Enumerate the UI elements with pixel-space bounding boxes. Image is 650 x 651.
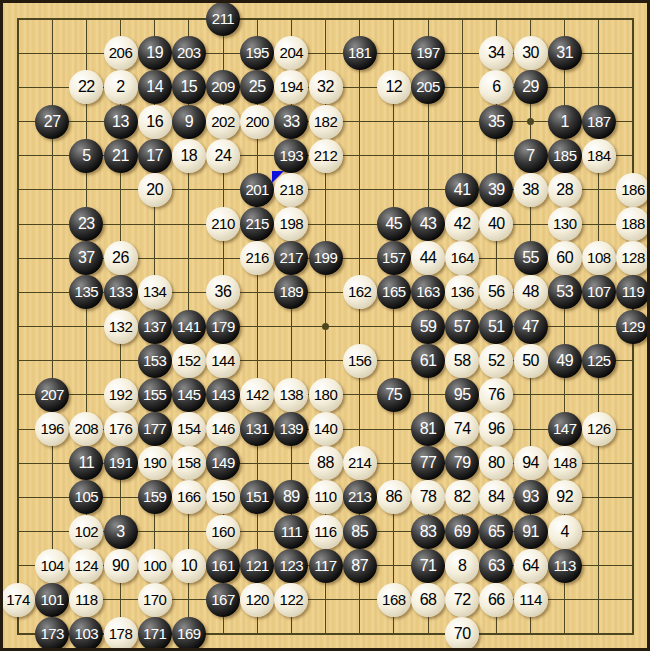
stone-w-160: 160 bbox=[206, 515, 240, 549]
stone-b-87: 87 bbox=[343, 549, 377, 583]
stone-b-131: 131 bbox=[240, 412, 274, 446]
stone-number: 168 bbox=[382, 583, 406, 617]
stone-number: 88 bbox=[317, 446, 334, 480]
stone-number: 9 bbox=[185, 105, 193, 139]
stone-number: 198 bbox=[280, 207, 304, 241]
stone-b-145: 145 bbox=[172, 378, 206, 412]
stone-w-8: 8 bbox=[445, 549, 479, 583]
stone-b-77: 77 bbox=[411, 446, 445, 480]
grid-vline bbox=[393, 18, 394, 635]
stone-number: 177 bbox=[143, 412, 167, 446]
stone-number: 114 bbox=[519, 583, 541, 617]
stone-w-126: 126 bbox=[582, 412, 616, 446]
stone-w-72: 72 bbox=[445, 583, 479, 617]
stone-b-111: 111 bbox=[274, 515, 308, 549]
stone-w-184: 184 bbox=[582, 139, 616, 173]
stone-w-164: 164 bbox=[445, 241, 479, 275]
stone-number: 103 bbox=[75, 617, 99, 651]
stone-number: 187 bbox=[587, 105, 611, 139]
stone-number: 100 bbox=[143, 549, 167, 583]
stone-w-10: 10 bbox=[172, 549, 206, 583]
stone-b-191: 191 bbox=[104, 446, 138, 480]
stone-number: 14 bbox=[146, 70, 163, 104]
stone-w-190: 190 bbox=[138, 446, 172, 480]
stone-w-218: 218 bbox=[274, 173, 308, 207]
stone-number: 152 bbox=[177, 344, 201, 378]
stone-number: 31 bbox=[556, 36, 573, 70]
stone-w-42: 42 bbox=[445, 207, 479, 241]
stone-number: 17 bbox=[146, 139, 163, 173]
stone-b-205: 205 bbox=[411, 70, 445, 104]
stone-w-58: 58 bbox=[445, 344, 479, 378]
stone-w-198: 198 bbox=[274, 207, 308, 241]
stone-b-41: 41 bbox=[445, 173, 479, 207]
stone-number: 68 bbox=[420, 583, 437, 617]
stone-b-45: 45 bbox=[377, 207, 411, 241]
stone-number: 196 bbox=[40, 412, 64, 446]
stone-b-25: 25 bbox=[240, 70, 274, 104]
stone-number: 206 bbox=[109, 36, 133, 70]
stone-number: 47 bbox=[522, 310, 539, 344]
stone-b-203: 203 bbox=[172, 36, 206, 70]
stone-number: 125 bbox=[587, 344, 611, 378]
stone-b-101: 101 bbox=[35, 583, 69, 617]
stone-w-70: 70 bbox=[445, 617, 479, 651]
stone-b-31: 31 bbox=[548, 36, 582, 70]
stone-number: 190 bbox=[143, 446, 167, 480]
stone-b-187: 187 bbox=[582, 105, 616, 139]
stone-w-124: 124 bbox=[69, 549, 103, 583]
stone-number: 136 bbox=[450, 275, 474, 309]
stone-b-33: 33 bbox=[274, 105, 308, 139]
stone-b-13: 13 bbox=[104, 105, 138, 139]
stone-number: 77 bbox=[420, 446, 437, 480]
stone-number: 197 bbox=[416, 36, 440, 70]
stone-number: 147 bbox=[553, 412, 577, 446]
stone-b-195: 195 bbox=[240, 36, 274, 70]
stone-w-64: 64 bbox=[514, 549, 548, 583]
stone-number: 55 bbox=[522, 241, 539, 275]
stone-number: 130 bbox=[553, 207, 577, 241]
stone-w-74: 74 bbox=[445, 412, 479, 446]
stone-w-76: 76 bbox=[479, 378, 513, 412]
stone-b-49: 49 bbox=[548, 344, 582, 378]
stone-b-21: 21 bbox=[104, 139, 138, 173]
stone-number: 150 bbox=[211, 480, 235, 514]
stone-w-130: 130 bbox=[548, 207, 582, 241]
stone-w-92: 92 bbox=[548, 480, 582, 514]
stone-number: 139 bbox=[280, 412, 304, 446]
stone-b-79: 79 bbox=[445, 446, 479, 480]
stone-number: 29 bbox=[522, 70, 539, 104]
stone-number: 71 bbox=[420, 549, 437, 583]
stone-w-26: 26 bbox=[104, 241, 138, 275]
stone-number: 83 bbox=[420, 515, 437, 549]
stone-number: 184 bbox=[587, 139, 611, 173]
stone-w-34: 34 bbox=[479, 36, 513, 70]
stone-number: 189 bbox=[280, 275, 304, 309]
stone-number: 110 bbox=[314, 480, 336, 514]
stone-b-185: 185 bbox=[548, 139, 582, 173]
stone-b-197: 197 bbox=[411, 36, 445, 70]
stone-w-152: 152 bbox=[172, 344, 206, 378]
stone-number: 66 bbox=[488, 583, 505, 617]
stone-b-59: 59 bbox=[411, 310, 445, 344]
stone-b-157: 157 bbox=[377, 241, 411, 275]
stone-number: 209 bbox=[211, 70, 235, 104]
stone-b-119: 119 bbox=[616, 275, 650, 309]
stone-number: 134 bbox=[143, 275, 167, 309]
stone-number: 213 bbox=[348, 480, 372, 514]
stone-w-38: 38 bbox=[514, 173, 548, 207]
stone-b-123: 123 bbox=[274, 549, 308, 583]
stone-number: 63 bbox=[488, 549, 505, 583]
stone-number: 141 bbox=[177, 310, 201, 344]
stone-b-43: 43 bbox=[411, 207, 445, 241]
stone-b-95: 95 bbox=[445, 378, 479, 412]
stone-number: 44 bbox=[420, 241, 437, 275]
stone-number: 87 bbox=[351, 549, 368, 583]
stone-number: 53 bbox=[556, 275, 573, 309]
stone-number: 43 bbox=[420, 207, 437, 241]
stone-w-40: 40 bbox=[479, 207, 513, 241]
stone-number: 185 bbox=[553, 139, 577, 173]
stone-number: 143 bbox=[211, 378, 235, 412]
stone-number: 57 bbox=[454, 310, 471, 344]
stone-b-39: 39 bbox=[479, 173, 513, 207]
stone-b-201: 201 bbox=[240, 173, 274, 207]
stone-number: 163 bbox=[416, 275, 440, 309]
stone-number: 27 bbox=[44, 105, 61, 139]
stone-number: 81 bbox=[420, 412, 437, 446]
stone-b-27: 27 bbox=[35, 105, 69, 139]
stone-number: 149 bbox=[211, 446, 235, 480]
stone-b-11: 11 bbox=[69, 446, 103, 480]
hoshi-point bbox=[322, 323, 329, 330]
stone-number: 122 bbox=[280, 583, 304, 617]
stone-number: 132 bbox=[109, 310, 133, 344]
stone-b-215: 215 bbox=[240, 207, 274, 241]
stone-number: 12 bbox=[385, 70, 402, 104]
stone-number: 161 bbox=[211, 549, 235, 583]
stone-number: 76 bbox=[488, 378, 505, 412]
stone-number: 70 bbox=[454, 617, 471, 651]
stone-number: 167 bbox=[211, 583, 235, 617]
stone-number: 165 bbox=[382, 275, 406, 309]
stone-b-163: 163 bbox=[411, 275, 445, 309]
stone-number: 30 bbox=[522, 36, 539, 70]
stone-b-15: 15 bbox=[172, 70, 206, 104]
stone-w-214: 214 bbox=[343, 446, 377, 480]
stone-w-142: 142 bbox=[240, 378, 274, 412]
stone-w-68: 68 bbox=[411, 583, 445, 617]
stone-b-125: 125 bbox=[582, 344, 616, 378]
stone-number: 64 bbox=[522, 549, 539, 583]
stone-b-93: 93 bbox=[514, 480, 548, 514]
stone-b-181: 181 bbox=[343, 36, 377, 70]
stone-b-3: 3 bbox=[104, 515, 138, 549]
stone-number: 181 bbox=[348, 36, 372, 70]
stone-w-188: 188 bbox=[616, 207, 650, 241]
stone-w-50: 50 bbox=[514, 344, 548, 378]
stone-w-28: 28 bbox=[548, 173, 582, 207]
stone-number: 39 bbox=[488, 173, 505, 207]
stone-b-141: 141 bbox=[172, 310, 206, 344]
stone-number: 69 bbox=[454, 515, 471, 549]
stone-number: 74 bbox=[454, 412, 471, 446]
stone-number: 146 bbox=[211, 412, 235, 446]
stone-w-134: 134 bbox=[138, 275, 172, 309]
stone-number: 116 bbox=[314, 515, 336, 549]
stone-b-193: 193 bbox=[274, 139, 308, 173]
stone-number: 129 bbox=[621, 310, 645, 344]
stone-number: 61 bbox=[420, 344, 437, 378]
stone-number: 212 bbox=[314, 139, 338, 173]
stone-b-207: 207 bbox=[35, 378, 69, 412]
stone-number: 108 bbox=[587, 241, 611, 275]
stone-w-20: 20 bbox=[138, 173, 172, 207]
stone-w-150: 150 bbox=[206, 480, 240, 514]
stone-w-82: 82 bbox=[445, 480, 479, 514]
stone-number: 93 bbox=[522, 480, 539, 514]
stone-b-217: 217 bbox=[274, 241, 308, 275]
stone-number: 75 bbox=[385, 378, 402, 412]
stone-w-78: 78 bbox=[411, 480, 445, 514]
stone-w-174: 174 bbox=[1, 583, 35, 617]
stone-w-154: 154 bbox=[172, 412, 206, 446]
stone-number: 59 bbox=[420, 310, 437, 344]
stone-w-60: 60 bbox=[548, 241, 582, 275]
go-board[interactable]: 2112061920319520418119734303122214152092… bbox=[0, 0, 650, 651]
stone-number: 148 bbox=[553, 446, 577, 480]
stone-b-47: 47 bbox=[514, 310, 548, 344]
stone-b-105: 105 bbox=[69, 480, 103, 514]
stone-w-22: 22 bbox=[69, 70, 103, 104]
stone-number: 52 bbox=[488, 344, 505, 378]
stone-w-48: 48 bbox=[514, 275, 548, 309]
stone-w-216: 216 bbox=[240, 241, 274, 275]
stone-number: 19 bbox=[146, 36, 163, 70]
stone-w-30: 30 bbox=[514, 36, 548, 70]
stone-w-24: 24 bbox=[206, 139, 240, 173]
stone-w-52: 52 bbox=[479, 344, 513, 378]
stone-number: 58 bbox=[454, 344, 471, 378]
stone-number: 113 bbox=[554, 549, 576, 583]
stone-w-210: 210 bbox=[206, 207, 240, 241]
stone-w-138: 138 bbox=[274, 378, 308, 412]
stone-number: 188 bbox=[621, 207, 645, 241]
stone-b-199: 199 bbox=[309, 241, 343, 275]
stone-number: 90 bbox=[112, 549, 129, 583]
stone-number: 22 bbox=[78, 70, 95, 104]
stone-w-202: 202 bbox=[206, 105, 240, 139]
stone-w-212: 212 bbox=[309, 139, 343, 173]
stone-w-6: 6 bbox=[479, 70, 513, 104]
stone-w-122: 122 bbox=[274, 583, 308, 617]
stone-number: 10 bbox=[180, 549, 197, 583]
stone-w-18: 18 bbox=[172, 139, 206, 173]
stone-w-114: 114 bbox=[514, 583, 548, 617]
stone-number: 95 bbox=[454, 378, 471, 412]
stone-number: 91 bbox=[522, 515, 539, 549]
stone-number: 32 bbox=[317, 70, 334, 104]
stone-w-200: 200 bbox=[240, 105, 274, 139]
stone-b-55: 55 bbox=[514, 241, 548, 275]
stone-number: 186 bbox=[621, 173, 645, 207]
stone-b-71: 71 bbox=[411, 549, 445, 583]
stone-b-161: 161 bbox=[206, 549, 240, 583]
stone-number: 207 bbox=[40, 378, 64, 412]
stone-b-177: 177 bbox=[138, 412, 172, 446]
stone-b-89: 89 bbox=[274, 480, 308, 514]
stone-number: 192 bbox=[109, 378, 133, 412]
stone-number: 170 bbox=[143, 583, 167, 617]
stone-b-137: 137 bbox=[138, 310, 172, 344]
stone-number: 118 bbox=[75, 583, 97, 617]
stone-number: 36 bbox=[215, 275, 232, 309]
stone-number: 86 bbox=[385, 480, 402, 514]
stone-w-166: 166 bbox=[172, 480, 206, 514]
stone-w-176: 176 bbox=[104, 412, 138, 446]
stone-w-178: 178 bbox=[104, 617, 138, 651]
stone-w-146: 146 bbox=[206, 412, 240, 446]
stone-number: 205 bbox=[416, 70, 440, 104]
stone-b-189: 189 bbox=[274, 275, 308, 309]
stone-number: 203 bbox=[177, 36, 201, 70]
stone-number: 51 bbox=[488, 310, 505, 344]
stone-number: 24 bbox=[215, 139, 232, 173]
stone-number: 156 bbox=[348, 344, 372, 378]
stone-w-162: 162 bbox=[343, 275, 377, 309]
stone-b-5: 5 bbox=[69, 139, 103, 173]
stone-number: 35 bbox=[488, 105, 505, 139]
stone-w-136: 136 bbox=[445, 275, 479, 309]
stone-b-167: 167 bbox=[206, 583, 240, 617]
stone-number: 11 bbox=[79, 446, 95, 480]
stone-w-156: 156 bbox=[343, 344, 377, 378]
stone-number: 211 bbox=[212, 2, 234, 36]
stone-b-169: 169 bbox=[172, 617, 206, 651]
stone-number: 82 bbox=[454, 480, 471, 514]
stone-number: 159 bbox=[143, 480, 167, 514]
stone-w-148: 148 bbox=[548, 446, 582, 480]
stone-number: 60 bbox=[556, 241, 573, 275]
stone-b-9: 9 bbox=[172, 105, 206, 139]
stone-b-213: 213 bbox=[343, 480, 377, 514]
stone-b-151: 151 bbox=[240, 480, 274, 514]
stone-number: 158 bbox=[177, 446, 201, 480]
stone-w-66: 66 bbox=[479, 583, 513, 617]
stone-number: 179 bbox=[211, 310, 235, 344]
stone-number: 2 bbox=[116, 70, 124, 104]
stone-number: 151 bbox=[245, 480, 269, 514]
stone-number: 180 bbox=[314, 378, 338, 412]
stone-number: 25 bbox=[249, 70, 266, 104]
stone-number: 138 bbox=[280, 378, 304, 412]
stone-w-192: 192 bbox=[104, 378, 138, 412]
stone-number: 119 bbox=[622, 275, 644, 309]
stone-number: 131 bbox=[245, 412, 269, 446]
stone-number: 1 bbox=[561, 105, 569, 139]
stone-number: 16 bbox=[146, 105, 163, 139]
stone-number: 13 bbox=[112, 105, 129, 139]
stone-w-108: 108 bbox=[582, 241, 616, 275]
stone-number: 34 bbox=[488, 36, 505, 70]
stone-number: 79 bbox=[454, 446, 471, 480]
stone-number: 94 bbox=[522, 446, 539, 480]
stone-b-209: 209 bbox=[206, 70, 240, 104]
frame-edge-left bbox=[0, 0, 3, 651]
stone-b-135: 135 bbox=[69, 275, 103, 309]
stone-number: 45 bbox=[385, 207, 402, 241]
stone-number: 56 bbox=[488, 275, 505, 309]
stone-number: 199 bbox=[314, 241, 338, 275]
stone-w-204: 204 bbox=[274, 36, 308, 70]
stone-number: 104 bbox=[40, 549, 64, 583]
stone-w-194: 194 bbox=[274, 70, 308, 104]
stone-w-168: 168 bbox=[377, 583, 411, 617]
stone-b-165: 165 bbox=[377, 275, 411, 309]
stone-number: 120 bbox=[245, 583, 269, 617]
stone-number: 107 bbox=[587, 275, 611, 309]
stone-w-86: 86 bbox=[377, 480, 411, 514]
stone-b-81: 81 bbox=[411, 412, 445, 446]
stone-b-171: 171 bbox=[138, 617, 172, 651]
stone-w-104: 104 bbox=[35, 549, 69, 583]
stone-w-182: 182 bbox=[309, 105, 343, 139]
stone-w-94: 94 bbox=[514, 446, 548, 480]
stone-number: 37 bbox=[78, 241, 95, 275]
stone-number: 214 bbox=[348, 446, 372, 480]
stone-b-121: 121 bbox=[240, 549, 274, 583]
stone-number: 50 bbox=[522, 344, 539, 378]
stone-number: 102 bbox=[75, 515, 99, 549]
stone-b-29: 29 bbox=[514, 70, 548, 104]
stone-b-14: 14 bbox=[138, 70, 172, 104]
stone-b-65: 65 bbox=[479, 515, 513, 549]
stone-b-155: 155 bbox=[138, 378, 172, 412]
stone-number: 210 bbox=[211, 207, 235, 241]
stone-number: 133 bbox=[109, 275, 133, 309]
stone-number: 201 bbox=[245, 173, 269, 207]
stone-number: 176 bbox=[109, 412, 133, 446]
stone-b-139: 139 bbox=[274, 412, 308, 446]
stone-w-36: 36 bbox=[206, 275, 240, 309]
stone-b-149: 149 bbox=[206, 446, 240, 480]
stone-w-170: 170 bbox=[138, 583, 172, 617]
stone-b-69: 69 bbox=[445, 515, 479, 549]
stone-b-1: 1 bbox=[548, 105, 582, 139]
stone-number: 162 bbox=[348, 275, 372, 309]
stone-b-75: 75 bbox=[377, 378, 411, 412]
stone-b-153: 153 bbox=[138, 344, 172, 378]
stone-number: 105 bbox=[75, 480, 99, 514]
stone-number: 123 bbox=[280, 549, 304, 583]
stone-w-144: 144 bbox=[206, 344, 240, 378]
stone-number: 49 bbox=[556, 344, 573, 378]
stone-number: 142 bbox=[245, 378, 269, 412]
stone-number: 137 bbox=[143, 310, 167, 344]
stone-w-96: 96 bbox=[479, 412, 513, 446]
stone-w-102: 102 bbox=[69, 515, 103, 549]
stone-number: 155 bbox=[143, 378, 167, 412]
stone-number: 3 bbox=[116, 515, 124, 549]
stone-b-57: 57 bbox=[445, 310, 479, 344]
stone-number: 40 bbox=[488, 207, 505, 241]
stone-w-186: 186 bbox=[616, 173, 650, 207]
stone-number: 144 bbox=[211, 344, 235, 378]
stone-number: 135 bbox=[75, 275, 99, 309]
